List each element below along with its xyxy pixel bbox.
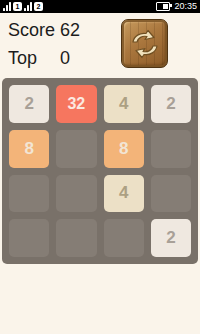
tile-2: 2 (9, 85, 49, 123)
top-label: Top (8, 48, 60, 69)
restart-button[interactable] (121, 19, 168, 68)
status-bar: 1 2 20:35 (0, 0, 200, 13)
empty-cell (9, 175, 49, 213)
empty-cell (151, 130, 191, 168)
tile-4: 4 (104, 85, 144, 123)
score-panel: Score 62 Top 0 (0, 13, 200, 69)
battery-icon (156, 2, 170, 11)
tile-8: 8 (104, 130, 144, 168)
empty-cell (104, 219, 144, 257)
tile-4: 4 (104, 175, 144, 213)
game-header: Score 62 Top 0 (0, 13, 200, 78)
sim1-badge: 1 (13, 2, 22, 11)
empty-cell (56, 175, 96, 213)
signal-strength-icon-sim2 (24, 2, 32, 11)
sim2-badge: 2 (34, 2, 43, 11)
tile-2: 2 (151, 85, 191, 123)
refresh-icon (127, 26, 163, 62)
phone-screen: { "game": "2048", "position": "2,32,4,2/… (0, 0, 200, 334)
status-left: 1 2 (3, 2, 43, 11)
tile-32: 32 (56, 85, 96, 123)
empty-cell (56, 130, 96, 168)
status-right: 20:35 (156, 0, 197, 13)
tile-2: 2 (151, 219, 191, 257)
clock-text: 20:35 (174, 0, 197, 13)
empty-cell (56, 219, 96, 257)
empty-cell (151, 175, 191, 213)
score-label: Score (8, 20, 60, 41)
signal-strength-icon-sim1 (3, 2, 11, 11)
empty-cell (9, 219, 49, 257)
tile-8: 8 (9, 130, 49, 168)
board-2048[interactable]: 232428842 (2, 78, 198, 264)
